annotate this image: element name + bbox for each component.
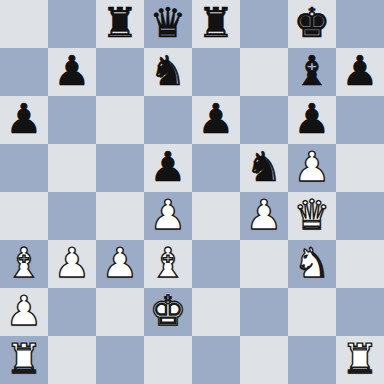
square-b4[interactable] bbox=[48, 192, 96, 240]
piece-white-pawn[interactable]: ♟ bbox=[54, 239, 91, 287]
square-a3[interactable]: ♝ bbox=[0, 240, 48, 288]
square-b3[interactable]: ♟ bbox=[48, 240, 96, 288]
square-a8[interactable] bbox=[0, 0, 48, 48]
piece-black-knight[interactable]: ♞ bbox=[150, 47, 187, 95]
square-b2[interactable] bbox=[48, 288, 96, 336]
piece-black-pawn[interactable]: ♟ bbox=[150, 143, 187, 191]
square-a1[interactable]: ♜ bbox=[0, 336, 48, 384]
square-g2[interactable] bbox=[288, 288, 336, 336]
square-c6[interactable] bbox=[96, 96, 144, 144]
square-c1[interactable] bbox=[96, 336, 144, 384]
piece-white-rook[interactable]: ♜ bbox=[6, 335, 43, 383]
square-a5[interactable] bbox=[0, 144, 48, 192]
square-c4[interactable] bbox=[96, 192, 144, 240]
piece-white-queen[interactable]: ♛ bbox=[294, 191, 331, 239]
square-b8[interactable] bbox=[48, 0, 96, 48]
piece-white-knight[interactable]: ♞ bbox=[294, 239, 331, 287]
square-d8[interactable]: ♛ bbox=[144, 0, 192, 48]
square-h6[interactable] bbox=[336, 96, 384, 144]
piece-white-bishop[interactable]: ♝ bbox=[6, 239, 43, 287]
square-e4[interactable] bbox=[192, 192, 240, 240]
square-e7[interactable] bbox=[192, 48, 240, 96]
square-d7[interactable]: ♞ bbox=[144, 48, 192, 96]
piece-black-pawn[interactable]: ♟ bbox=[54, 47, 91, 95]
square-g8[interactable]: ♚ bbox=[288, 0, 336, 48]
square-a2[interactable]: ♟ bbox=[0, 288, 48, 336]
piece-black-rook[interactable]: ♜ bbox=[198, 0, 235, 47]
square-h5[interactable] bbox=[336, 144, 384, 192]
square-f7[interactable] bbox=[240, 48, 288, 96]
square-f2[interactable] bbox=[240, 288, 288, 336]
square-c2[interactable] bbox=[96, 288, 144, 336]
piece-white-pawn[interactable]: ♟ bbox=[150, 191, 187, 239]
square-h3[interactable] bbox=[336, 240, 384, 288]
square-g6[interactable]: ♟ bbox=[288, 96, 336, 144]
square-e1[interactable] bbox=[192, 336, 240, 384]
square-a7[interactable] bbox=[0, 48, 48, 96]
square-g3[interactable]: ♞ bbox=[288, 240, 336, 288]
piece-black-pawn[interactable]: ♟ bbox=[294, 95, 331, 143]
chess-board: ♜♛♜♚♟♞♝♟♟♟♟♟♞♟♟♟♛♝♟♟♝♞♟♚♜♜ bbox=[0, 0, 384, 384]
piece-white-pawn[interactable]: ♟ bbox=[102, 239, 139, 287]
square-e8[interactable]: ♜ bbox=[192, 0, 240, 48]
piece-white-pawn[interactable]: ♟ bbox=[246, 191, 283, 239]
square-f5[interactable]: ♞ bbox=[240, 144, 288, 192]
square-f6[interactable] bbox=[240, 96, 288, 144]
square-f1[interactable] bbox=[240, 336, 288, 384]
square-d1[interactable] bbox=[144, 336, 192, 384]
square-e3[interactable] bbox=[192, 240, 240, 288]
square-e5[interactable] bbox=[192, 144, 240, 192]
square-g7[interactable]: ♝ bbox=[288, 48, 336, 96]
piece-black-king[interactable]: ♚ bbox=[294, 0, 331, 47]
square-b7[interactable]: ♟ bbox=[48, 48, 96, 96]
piece-black-rook[interactable]: ♜ bbox=[102, 0, 139, 47]
square-b5[interactable] bbox=[48, 144, 96, 192]
square-e2[interactable] bbox=[192, 288, 240, 336]
square-h8[interactable] bbox=[336, 0, 384, 48]
square-h1[interactable]: ♜ bbox=[336, 336, 384, 384]
piece-black-queen[interactable]: ♛ bbox=[150, 0, 187, 47]
piece-white-bishop[interactable]: ♝ bbox=[150, 239, 187, 287]
square-c8[interactable]: ♜ bbox=[96, 0, 144, 48]
square-h7[interactable]: ♟ bbox=[336, 48, 384, 96]
square-c5[interactable] bbox=[96, 144, 144, 192]
square-a6[interactable]: ♟ bbox=[0, 96, 48, 144]
square-g1[interactable] bbox=[288, 336, 336, 384]
square-g4[interactable]: ♛ bbox=[288, 192, 336, 240]
square-h2[interactable] bbox=[336, 288, 384, 336]
piece-white-pawn[interactable]: ♟ bbox=[294, 143, 331, 191]
square-e6[interactable]: ♟ bbox=[192, 96, 240, 144]
piece-white-rook[interactable]: ♜ bbox=[342, 335, 379, 383]
piece-black-knight[interactable]: ♞ bbox=[246, 143, 283, 191]
piece-black-pawn[interactable]: ♟ bbox=[6, 95, 43, 143]
square-d3[interactable]: ♝ bbox=[144, 240, 192, 288]
square-c3[interactable]: ♟ bbox=[96, 240, 144, 288]
piece-black-pawn[interactable]: ♟ bbox=[198, 95, 235, 143]
piece-white-king[interactable]: ♚ bbox=[150, 287, 187, 335]
chess-board-container: ♜♛♜♚♟♞♝♟♟♟♟♟♞♟♟♟♛♝♟♟♝♞♟♚♜♜ bbox=[0, 0, 384, 384]
square-g5[interactable]: ♟ bbox=[288, 144, 336, 192]
piece-black-bishop[interactable]: ♝ bbox=[294, 47, 331, 95]
square-c7[interactable] bbox=[96, 48, 144, 96]
piece-black-pawn[interactable]: ♟ bbox=[342, 47, 379, 95]
square-d2[interactable]: ♚ bbox=[144, 288, 192, 336]
square-b1[interactable] bbox=[48, 336, 96, 384]
square-b6[interactable] bbox=[48, 96, 96, 144]
square-f8[interactable] bbox=[240, 0, 288, 48]
square-d5[interactable]: ♟ bbox=[144, 144, 192, 192]
square-a4[interactable] bbox=[0, 192, 48, 240]
square-h4[interactable] bbox=[336, 192, 384, 240]
square-f4[interactable]: ♟ bbox=[240, 192, 288, 240]
piece-white-pawn[interactable]: ♟ bbox=[6, 287, 43, 335]
square-d4[interactable]: ♟ bbox=[144, 192, 192, 240]
square-f3[interactable] bbox=[240, 240, 288, 288]
square-d6[interactable] bbox=[144, 96, 192, 144]
